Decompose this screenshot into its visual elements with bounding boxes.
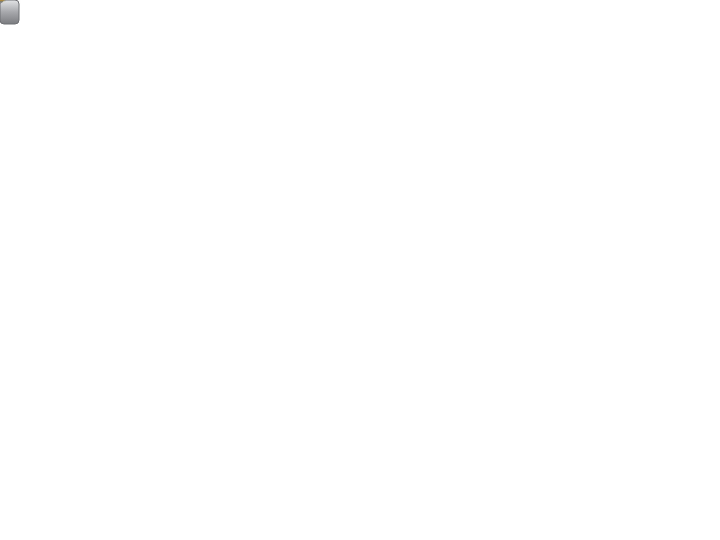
chess-set-product-photo: ♜♞♝♛♚♝♞♜♟♟♟♟♟♟♟♟♟♟♟♟♟♟♟♟♜♞♝♛♚♝♞♜	[0, 0, 720, 540]
box-clasp	[0, 0, 19, 24]
chess-board	[0, 0, 720, 540]
